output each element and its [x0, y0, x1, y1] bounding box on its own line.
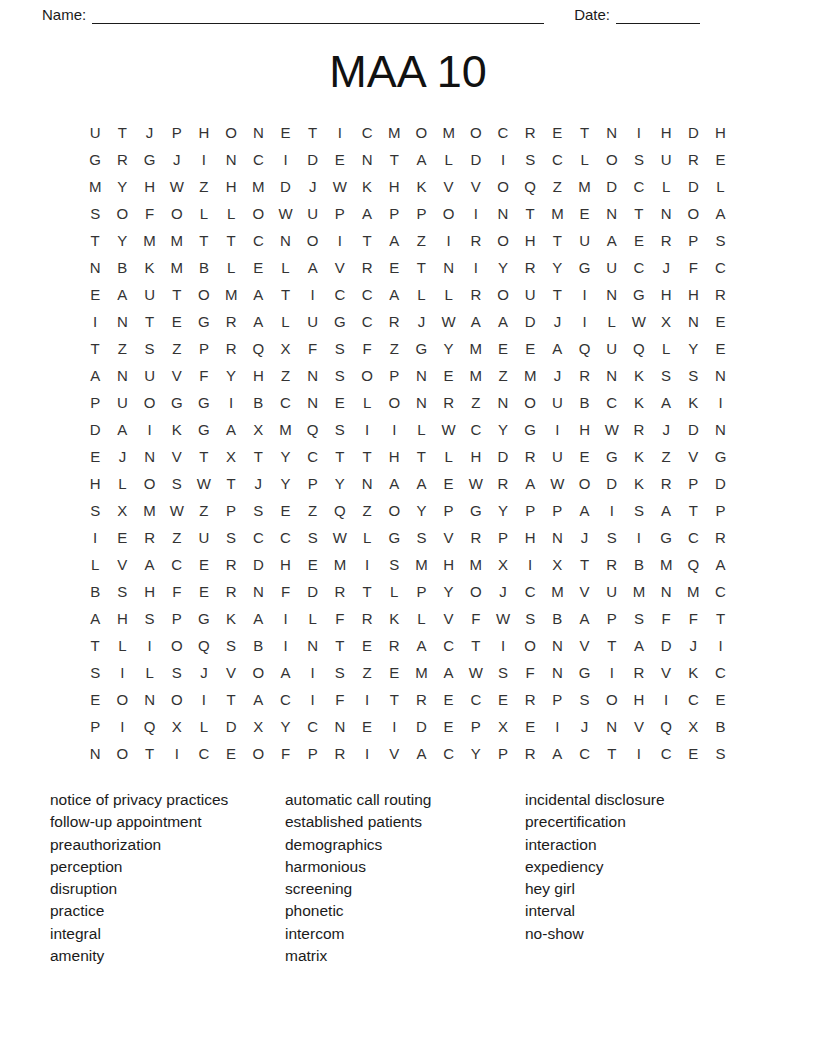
grid-cell[interactable]: I	[353, 686, 380, 713]
grid-cell[interactable]: P	[163, 605, 190, 632]
grid-cell[interactable]: I	[489, 146, 516, 173]
grid-cell[interactable]: G	[326, 308, 353, 335]
grid-cell[interactable]: A	[353, 200, 380, 227]
grid-cell[interactable]: K	[218, 605, 245, 632]
grid-cell[interactable]: F	[326, 686, 353, 713]
grid-cell[interactable]: L	[707, 173, 734, 200]
grid-cell[interactable]: Y	[544, 254, 571, 281]
grid-cell[interactable]: O	[517, 389, 544, 416]
grid-cell[interactable]: M	[625, 578, 652, 605]
grid-cell[interactable]: C	[245, 227, 272, 254]
grid-cell[interactable]: P	[489, 524, 516, 551]
grid-cell[interactable]: X	[109, 497, 136, 524]
grid-cell[interactable]: W	[272, 200, 299, 227]
grid-cell[interactable]: R	[381, 632, 408, 659]
grid-cell[interactable]: P	[462, 713, 489, 740]
grid-cell[interactable]: L	[109, 632, 136, 659]
grid-cell[interactable]: W	[435, 416, 462, 443]
grid-cell[interactable]: O	[163, 200, 190, 227]
grid-cell[interactable]: A	[245, 686, 272, 713]
grid-cell[interactable]: N	[353, 470, 380, 497]
grid-cell[interactable]: I	[136, 416, 163, 443]
grid-cell[interactable]: T	[462, 632, 489, 659]
grid-cell[interactable]: J	[245, 470, 272, 497]
grid-cell[interactable]: Y	[109, 227, 136, 254]
grid-cell[interactable]: T	[571, 551, 598, 578]
grid-cell[interactable]: X	[245, 713, 272, 740]
grid-cell[interactable]: R	[517, 254, 544, 281]
grid-cell[interactable]: T	[190, 227, 217, 254]
grid-cell[interactable]: I	[544, 713, 571, 740]
grid-cell[interactable]: C	[245, 146, 272, 173]
grid-cell[interactable]: O	[218, 119, 245, 146]
grid-cell[interactable]: M	[163, 254, 190, 281]
grid-cell[interactable]: I	[544, 416, 571, 443]
grid-cell[interactable]: L	[109, 470, 136, 497]
grid-cell[interactable]: I	[381, 713, 408, 740]
grid-cell[interactable]: L	[435, 146, 462, 173]
grid-cell[interactable]: Q	[625, 335, 652, 362]
grid-cell[interactable]: O	[462, 119, 489, 146]
grid-cell[interactable]: D	[408, 713, 435, 740]
grid-cell[interactable]: G	[571, 659, 598, 686]
grid-cell[interactable]: E	[272, 497, 299, 524]
grid-cell[interactable]: L	[218, 254, 245, 281]
grid-cell[interactable]: E	[707, 146, 734, 173]
grid-cell[interactable]: C	[353, 119, 380, 146]
grid-cell[interactable]: L	[408, 416, 435, 443]
grid-cell[interactable]: T	[353, 443, 380, 470]
grid-cell[interactable]: Q	[680, 551, 707, 578]
grid-cell[interactable]: Y	[272, 713, 299, 740]
grid-cell[interactable]: U	[136, 281, 163, 308]
grid-cell[interactable]: V	[381, 740, 408, 767]
grid-cell[interactable]: S	[625, 605, 652, 632]
grid-cell[interactable]: A	[218, 416, 245, 443]
grid-cell[interactable]: G	[598, 443, 625, 470]
grid-cell[interactable]: F	[136, 200, 163, 227]
grid-cell[interactable]: A	[408, 632, 435, 659]
grid-cell[interactable]: G	[190, 308, 217, 335]
grid-cell[interactable]: F	[680, 254, 707, 281]
grid-cell[interactable]: W	[462, 659, 489, 686]
grid-cell[interactable]: H	[136, 173, 163, 200]
grid-cell[interactable]: B	[190, 254, 217, 281]
grid-cell[interactable]: S	[82, 200, 109, 227]
grid-cell[interactable]: P	[218, 497, 245, 524]
grid-cell[interactable]: Q	[517, 173, 544, 200]
grid-cell[interactable]: C	[489, 119, 516, 146]
grid-cell[interactable]: I	[598, 497, 625, 524]
grid-cell[interactable]: H	[109, 605, 136, 632]
grid-cell[interactable]: Q	[571, 335, 598, 362]
grid-cell[interactable]: P	[82, 713, 109, 740]
grid-cell[interactable]: E	[435, 470, 462, 497]
grid-cell[interactable]: D	[299, 146, 326, 173]
grid-cell[interactable]: Y	[462, 740, 489, 767]
grid-cell[interactable]: T	[136, 740, 163, 767]
grid-cell[interactable]: B	[571, 389, 598, 416]
grid-cell[interactable]: C	[163, 551, 190, 578]
grid-cell[interactable]: M	[163, 227, 190, 254]
grid-cell[interactable]: M	[218, 281, 245, 308]
grid-cell[interactable]: L	[190, 713, 217, 740]
grid-cell[interactable]: G	[190, 605, 217, 632]
grid-cell[interactable]: L	[408, 281, 435, 308]
grid-cell[interactable]: S	[136, 335, 163, 362]
grid-cell[interactable]: V	[163, 443, 190, 470]
grid-cell[interactable]: T	[408, 443, 435, 470]
grid-cell[interactable]: W	[326, 524, 353, 551]
grid-cell[interactable]: I	[598, 659, 625, 686]
grid-cell[interactable]: D	[245, 551, 272, 578]
grid-cell[interactable]: T	[82, 227, 109, 254]
grid-cell[interactable]: N	[598, 200, 625, 227]
grid-cell[interactable]: N	[598, 713, 625, 740]
grid-cell[interactable]: F	[353, 335, 380, 362]
grid-cell[interactable]: N	[544, 632, 571, 659]
grid-cell[interactable]: W	[598, 416, 625, 443]
grid-cell[interactable]: X	[272, 335, 299, 362]
grid-cell[interactable]: H	[245, 362, 272, 389]
grid-cell[interactable]: O	[571, 470, 598, 497]
grid-cell[interactable]: J	[489, 578, 516, 605]
grid-cell[interactable]: O	[435, 200, 462, 227]
grid-cell[interactable]: N	[544, 659, 571, 686]
grid-cell[interactable]: Z	[381, 335, 408, 362]
grid-cell[interactable]: T	[598, 740, 625, 767]
grid-cell[interactable]: F	[517, 659, 544, 686]
grid-cell[interactable]: Z	[190, 497, 217, 524]
grid-cell[interactable]: A	[245, 281, 272, 308]
grid-cell[interactable]: T	[544, 227, 571, 254]
grid-cell[interactable]: L	[653, 173, 680, 200]
grid-cell[interactable]: G	[462, 497, 489, 524]
grid-cell[interactable]: L	[435, 281, 462, 308]
grid-cell[interactable]: V	[462, 173, 489, 200]
grid-cell[interactable]: E	[435, 686, 462, 713]
grid-cell[interactable]: E	[82, 281, 109, 308]
grid-cell[interactable]: K	[381, 605, 408, 632]
grid-cell[interactable]: U	[82, 119, 109, 146]
grid-cell[interactable]: S	[598, 524, 625, 551]
grid-cell[interactable]: A	[517, 470, 544, 497]
grid-cell[interactable]: M	[408, 659, 435, 686]
grid-cell[interactable]: R	[517, 740, 544, 767]
grid-cell[interactable]: Z	[299, 497, 326, 524]
grid-cell[interactable]: I	[353, 740, 380, 767]
grid-cell[interactable]: P	[707, 497, 734, 524]
grid-cell[interactable]: S	[326, 659, 353, 686]
grid-cell[interactable]: I	[489, 632, 516, 659]
grid-cell[interactable]: U	[598, 578, 625, 605]
grid-cell[interactable]: T	[381, 686, 408, 713]
grid-cell[interactable]: R	[707, 281, 734, 308]
grid-cell[interactable]: A	[272, 659, 299, 686]
grid-cell[interactable]: T	[326, 632, 353, 659]
grid-cell[interactable]: N	[299, 389, 326, 416]
grid-cell[interactable]: I	[272, 605, 299, 632]
grid-cell[interactable]: E	[218, 740, 245, 767]
grid-cell[interactable]: N	[218, 146, 245, 173]
grid-cell[interactable]: R	[435, 389, 462, 416]
grid-cell[interactable]: J	[163, 146, 190, 173]
grid-cell[interactable]: N	[707, 362, 734, 389]
grid-cell[interactable]: Z	[109, 335, 136, 362]
grid-cell[interactable]: A	[82, 362, 109, 389]
grid-cell[interactable]: N	[680, 308, 707, 335]
grid-cell[interactable]: R	[571, 362, 598, 389]
grid-cell[interactable]: M	[517, 362, 544, 389]
grid-cell[interactable]: B	[245, 389, 272, 416]
grid-cell[interactable]: F	[272, 578, 299, 605]
grid-cell[interactable]: A	[299, 254, 326, 281]
grid-cell[interactable]: H	[517, 227, 544, 254]
grid-cell[interactable]: S	[625, 497, 652, 524]
grid-cell[interactable]: R	[462, 524, 489, 551]
grid-cell[interactable]: I	[353, 416, 380, 443]
grid-cell[interactable]: U	[299, 200, 326, 227]
grid-cell[interactable]: R	[598, 551, 625, 578]
grid-cell[interactable]: H	[571, 416, 598, 443]
grid-cell[interactable]: C	[625, 254, 652, 281]
grid-cell[interactable]: S	[326, 362, 353, 389]
grid-cell[interactable]: Y	[218, 362, 245, 389]
grid-cell[interactable]: N	[82, 254, 109, 281]
grid-cell[interactable]: R	[517, 443, 544, 470]
grid-cell[interactable]: S	[299, 524, 326, 551]
grid-cell[interactable]: O	[163, 686, 190, 713]
grid-cell[interactable]: I	[381, 416, 408, 443]
grid-cell[interactable]: S	[408, 524, 435, 551]
grid-cell[interactable]: J	[680, 632, 707, 659]
grid-cell[interactable]: R	[109, 146, 136, 173]
grid-cell[interactable]: M	[381, 119, 408, 146]
grid-cell[interactable]: T	[326, 443, 353, 470]
grid-cell[interactable]: U	[544, 443, 571, 470]
grid-cell[interactable]: I	[82, 308, 109, 335]
grid-cell[interactable]: P	[299, 470, 326, 497]
grid-cell[interactable]: N	[299, 632, 326, 659]
grid-cell[interactable]: E	[707, 686, 734, 713]
grid-cell[interactable]: S	[707, 227, 734, 254]
grid-cell[interactable]: M	[136, 227, 163, 254]
grid-cell[interactable]: R	[218, 308, 245, 335]
grid-cell[interactable]: L	[653, 335, 680, 362]
grid-cell[interactable]: F	[190, 362, 217, 389]
grid-cell[interactable]: C	[680, 686, 707, 713]
grid-cell[interactable]: R	[625, 416, 652, 443]
grid-cell[interactable]: W	[625, 308, 652, 335]
grid-cell[interactable]: R	[707, 524, 734, 551]
grid-cell[interactable]: E	[163, 308, 190, 335]
grid-cell[interactable]: O	[136, 470, 163, 497]
grid-cell[interactable]: V	[435, 173, 462, 200]
grid-cell[interactable]: P	[435, 497, 462, 524]
grid-cell[interactable]: C	[190, 740, 217, 767]
grid-cell[interactable]: H	[707, 119, 734, 146]
grid-cell[interactable]: A	[544, 335, 571, 362]
grid-cell[interactable]: D	[653, 632, 680, 659]
grid-cell[interactable]: O	[489, 227, 516, 254]
grid-cell[interactable]: H	[381, 173, 408, 200]
grid-cell[interactable]: H	[218, 173, 245, 200]
grid-cell[interactable]: Y	[408, 497, 435, 524]
grid-cell[interactable]: T	[353, 227, 380, 254]
grid-cell[interactable]: G	[653, 524, 680, 551]
grid-cell[interactable]: R	[517, 119, 544, 146]
grid-cell[interactable]: Q	[136, 713, 163, 740]
grid-cell[interactable]: R	[462, 227, 489, 254]
grid-cell[interactable]: P	[299, 740, 326, 767]
grid-cell[interactable]: D	[680, 173, 707, 200]
grid-cell[interactable]: I	[707, 632, 734, 659]
grid-cell[interactable]: P	[408, 578, 435, 605]
grid-cell[interactable]: R	[218, 335, 245, 362]
grid-cell[interactable]: I	[190, 146, 217, 173]
grid-cell[interactable]: N	[598, 362, 625, 389]
grid-cell[interactable]: D	[680, 119, 707, 146]
grid-cell[interactable]: C	[326, 281, 353, 308]
grid-cell[interactable]: N	[408, 362, 435, 389]
grid-cell[interactable]: L	[136, 659, 163, 686]
grid-cell[interactable]: R	[653, 470, 680, 497]
grid-cell[interactable]: H	[272, 551, 299, 578]
grid-cell[interactable]: O	[489, 173, 516, 200]
grid-cell[interactable]: P	[680, 227, 707, 254]
grid-cell[interactable]: S	[218, 524, 245, 551]
grid-cell[interactable]: T	[299, 119, 326, 146]
grid-cell[interactable]: E	[326, 389, 353, 416]
grid-cell[interactable]: A	[653, 389, 680, 416]
grid-cell[interactable]: H	[190, 119, 217, 146]
grid-cell[interactable]: Z	[163, 335, 190, 362]
grid-cell[interactable]: R	[381, 308, 408, 335]
grid-cell[interactable]: J	[109, 443, 136, 470]
grid-cell[interactable]: R	[517, 686, 544, 713]
grid-cell[interactable]: E	[326, 146, 353, 173]
grid-cell[interactable]: W	[163, 497, 190, 524]
grid-cell[interactable]: E	[82, 443, 109, 470]
grid-cell[interactable]: W	[326, 173, 353, 200]
grid-cell[interactable]: S	[163, 470, 190, 497]
grid-cell[interactable]: O	[517, 632, 544, 659]
grid-cell[interactable]: A	[571, 605, 598, 632]
grid-cell[interactable]: T	[544, 281, 571, 308]
grid-cell[interactable]: M	[544, 200, 571, 227]
grid-cell[interactable]: Z	[489, 362, 516, 389]
grid-cell[interactable]: X	[245, 416, 272, 443]
grid-cell[interactable]: G	[381, 524, 408, 551]
grid-cell[interactable]: C	[517, 578, 544, 605]
grid-cell[interactable]: Z	[272, 362, 299, 389]
grid-cell[interactable]: A	[245, 308, 272, 335]
grid-cell[interactable]: O	[190, 281, 217, 308]
grid-cell[interactable]: V	[653, 659, 680, 686]
grid-cell[interactable]: A	[245, 605, 272, 632]
grid-cell[interactable]: G	[163, 389, 190, 416]
grid-cell[interactable]: M	[272, 416, 299, 443]
grid-cell[interactable]: A	[707, 200, 734, 227]
grid-cell[interactable]: K	[163, 416, 190, 443]
grid-cell[interactable]: A	[109, 281, 136, 308]
grid-cell[interactable]: A	[381, 281, 408, 308]
grid-cell[interactable]: L	[190, 200, 217, 227]
grid-cell[interactable]: W	[544, 470, 571, 497]
grid-cell[interactable]: S	[517, 605, 544, 632]
grid-cell[interactable]: X	[680, 713, 707, 740]
grid-cell[interactable]: E	[435, 362, 462, 389]
grid-cell[interactable]: Y	[680, 335, 707, 362]
grid-cell[interactable]: E	[680, 740, 707, 767]
grid-cell[interactable]: L	[353, 389, 380, 416]
grid-cell[interactable]: J	[571, 713, 598, 740]
grid-cell[interactable]: F	[299, 335, 326, 362]
grid-cell[interactable]: S	[381, 551, 408, 578]
grid-cell[interactable]: I	[272, 146, 299, 173]
grid-cell[interactable]: E	[381, 254, 408, 281]
grid-cell[interactable]: S	[571, 686, 598, 713]
grid-cell[interactable]: J	[544, 308, 571, 335]
grid-cell[interactable]: P	[82, 389, 109, 416]
grid-cell[interactable]: R	[489, 470, 516, 497]
grid-cell[interactable]: O	[381, 389, 408, 416]
grid-cell[interactable]: U	[571, 227, 598, 254]
grid-cell[interactable]: U	[190, 524, 217, 551]
grid-cell[interactable]: P	[381, 362, 408, 389]
grid-cell[interactable]: Y	[272, 470, 299, 497]
grid-cell[interactable]: Q	[653, 713, 680, 740]
grid-cell[interactable]: R	[653, 227, 680, 254]
grid-cell[interactable]: L	[381, 578, 408, 605]
grid-cell[interactable]: C	[299, 443, 326, 470]
grid-cell[interactable]: I	[462, 254, 489, 281]
grid-cell[interactable]: I	[299, 686, 326, 713]
grid-cell[interactable]: N	[544, 524, 571, 551]
grid-cell[interactable]: T	[218, 686, 245, 713]
grid-cell[interactable]: R	[353, 605, 380, 632]
grid-cell[interactable]: Z	[408, 227, 435, 254]
grid-cell[interactable]: E	[489, 335, 516, 362]
grid-cell[interactable]: S	[625, 146, 652, 173]
grid-cell[interactable]: S	[163, 659, 190, 686]
grid-cell[interactable]: Z	[353, 659, 380, 686]
grid-cell[interactable]: K	[625, 443, 652, 470]
grid-cell[interactable]: E	[353, 632, 380, 659]
grid-cell[interactable]: M	[82, 173, 109, 200]
grid-cell[interactable]: S	[707, 740, 734, 767]
grid-cell[interactable]: F	[462, 605, 489, 632]
grid-cell[interactable]: D	[598, 470, 625, 497]
grid-cell[interactable]: T	[109, 119, 136, 146]
grid-cell[interactable]: Q	[299, 416, 326, 443]
grid-cell[interactable]: U	[598, 254, 625, 281]
grid-cell[interactable]: O	[163, 632, 190, 659]
grid-cell[interactable]: J	[408, 308, 435, 335]
grid-cell[interactable]: C	[272, 686, 299, 713]
grid-cell[interactable]: L	[272, 254, 299, 281]
grid-cell[interactable]: N	[299, 362, 326, 389]
grid-cell[interactable]: W	[190, 470, 217, 497]
grid-cell[interactable]: E	[82, 686, 109, 713]
grid-cell[interactable]: M	[435, 119, 462, 146]
grid-cell[interactable]: G	[190, 389, 217, 416]
grid-cell[interactable]: N	[136, 686, 163, 713]
grid-cell[interactable]: I	[82, 524, 109, 551]
grid-cell[interactable]: I	[109, 713, 136, 740]
grid-cell[interactable]: E	[109, 524, 136, 551]
grid-cell[interactable]: N	[653, 200, 680, 227]
